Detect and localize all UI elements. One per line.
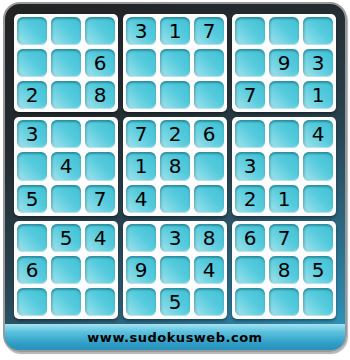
box-r3c3: 6785	[232, 221, 336, 319]
cell-r9c6[interactable]	[194, 288, 224, 316]
cell-r6c7[interactable]: 2	[235, 185, 265, 213]
box-r1c1: 628	[14, 14, 118, 112]
cell-r7c9[interactable]	[303, 224, 333, 252]
cell-r6c8[interactable]: 1	[269, 185, 299, 213]
cell-r4c2[interactable]	[51, 120, 81, 148]
cell-r9c5[interactable]: 5	[160, 288, 190, 316]
cell-r1c1[interactable]	[17, 17, 47, 45]
cell-r1c8[interactable]	[269, 17, 299, 45]
cell-r5c7[interactable]: 3	[235, 152, 265, 180]
cell-r6c4[interactable]: 4	[126, 185, 156, 213]
footer-site-link[interactable]: www.sudokusweb.com	[87, 330, 262, 345]
cell-r5c3[interactable]	[85, 152, 115, 180]
cell-r1c6[interactable]: 7	[194, 17, 224, 45]
cell-r5c9[interactable]	[303, 152, 333, 180]
cell-r5c4[interactable]: 1	[126, 152, 156, 180]
cell-r8c6[interactable]: 4	[194, 256, 224, 284]
box-r3c1: 546	[14, 221, 118, 319]
cell-r9c9[interactable]	[303, 288, 333, 316]
cell-r3c8[interactable]	[269, 81, 299, 109]
cell-r3c6[interactable]	[194, 81, 224, 109]
cell-r9c1[interactable]	[17, 288, 47, 316]
box-r3c2: 38945	[123, 221, 227, 319]
cell-r3c5[interactable]	[160, 81, 190, 109]
cell-r5c2[interactable]: 4	[51, 152, 81, 180]
box-r2c1: 3457	[14, 117, 118, 215]
cell-r9c2[interactable]	[51, 288, 81, 316]
cell-r7c6[interactable]: 8	[194, 224, 224, 252]
sudoku-board-frame: 628317937134577261844321546389456785 www…	[3, 2, 347, 352]
cell-r7c3[interactable]: 4	[85, 224, 115, 252]
cell-r1c3[interactable]	[85, 17, 115, 45]
cell-r5c6[interactable]	[194, 152, 224, 180]
cell-r7c7[interactable]: 6	[235, 224, 265, 252]
cell-r1c5[interactable]: 1	[160, 17, 190, 45]
cell-r7c4[interactable]	[126, 224, 156, 252]
cell-r7c5[interactable]: 3	[160, 224, 190, 252]
cell-r8c9[interactable]: 5	[303, 256, 333, 284]
cell-r2c8[interactable]: 9	[269, 49, 299, 77]
cell-r9c4[interactable]	[126, 288, 156, 316]
cell-r5c1[interactable]	[17, 152, 47, 180]
cell-r1c9[interactable]	[303, 17, 333, 45]
cell-r5c5[interactable]: 8	[160, 152, 190, 180]
cell-r2c9[interactable]: 3	[303, 49, 333, 77]
cell-r3c1[interactable]: 2	[17, 81, 47, 109]
cell-r8c2[interactable]	[51, 256, 81, 284]
box-r2c3: 4321	[232, 117, 336, 215]
cell-r8c1[interactable]: 6	[17, 256, 47, 284]
cell-r9c8[interactable]	[269, 288, 299, 316]
cell-r5c8[interactable]	[269, 152, 299, 180]
cell-r6c2[interactable]	[51, 185, 81, 213]
cell-r1c7[interactable]	[235, 17, 265, 45]
cell-r7c1[interactable]	[17, 224, 47, 252]
cell-r2c2[interactable]	[51, 49, 81, 77]
footer-bar: www.sudokusweb.com	[5, 324, 345, 350]
box-r2c2: 726184	[123, 117, 227, 215]
cell-r2c5[interactable]	[160, 49, 190, 77]
cell-r4c8[interactable]	[269, 120, 299, 148]
cell-r4c7[interactable]	[235, 120, 265, 148]
cell-r6c3[interactable]: 7	[85, 185, 115, 213]
cell-r3c3[interactable]: 8	[85, 81, 115, 109]
cell-r9c7[interactable]	[235, 288, 265, 316]
cell-r6c1[interactable]: 5	[17, 185, 47, 213]
box-r1c3: 9371	[232, 14, 336, 112]
cell-r4c4[interactable]: 7	[126, 120, 156, 148]
cell-r6c5[interactable]	[160, 185, 190, 213]
cell-r8c4[interactable]: 9	[126, 256, 156, 284]
box-r1c2: 317	[123, 14, 227, 112]
cell-r4c6[interactable]: 6	[194, 120, 224, 148]
cell-r3c9[interactable]: 1	[303, 81, 333, 109]
cell-r3c7[interactable]: 7	[235, 81, 265, 109]
cell-r9c3[interactable]	[85, 288, 115, 316]
cell-r4c3[interactable]	[85, 120, 115, 148]
cell-r8c5[interactable]	[160, 256, 190, 284]
cell-r7c2[interactable]: 5	[51, 224, 81, 252]
cell-r7c8[interactable]: 7	[269, 224, 299, 252]
cell-r4c1[interactable]: 3	[17, 120, 47, 148]
cell-r4c9[interactable]: 4	[303, 120, 333, 148]
cell-r1c4[interactable]: 3	[126, 17, 156, 45]
cell-r2c4[interactable]	[126, 49, 156, 77]
cell-r2c3[interactable]: 6	[85, 49, 115, 77]
cell-r2c1[interactable]	[17, 49, 47, 77]
cell-r8c8[interactable]: 8	[269, 256, 299, 284]
cell-r4c5[interactable]: 2	[160, 120, 190, 148]
cell-r3c4[interactable]	[126, 81, 156, 109]
cell-r6c6[interactable]	[194, 185, 224, 213]
sudoku-grid: 628317937134577261844321546389456785	[14, 14, 336, 319]
cell-r2c7[interactable]	[235, 49, 265, 77]
cell-r8c7[interactable]	[235, 256, 265, 284]
cell-r1c2[interactable]	[51, 17, 81, 45]
cell-r8c3[interactable]	[85, 256, 115, 284]
cell-r6c9[interactable]	[303, 185, 333, 213]
cell-r2c6[interactable]	[194, 49, 224, 77]
cell-r3c2[interactable]	[51, 81, 81, 109]
